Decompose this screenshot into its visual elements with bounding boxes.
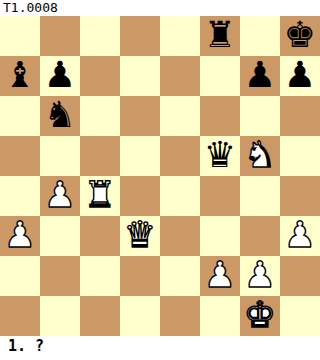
square-e6[interactable]	[160, 96, 200, 136]
square-b5[interactable]	[40, 136, 80, 176]
square-b2[interactable]	[40, 256, 80, 296]
square-h7[interactable]: ♟︎	[280, 56, 320, 96]
white-pawn: ♟︎	[204, 257, 236, 293]
square-a2[interactable]	[0, 256, 40, 296]
square-h8[interactable]: ♚	[280, 16, 320, 56]
white-king: ♚	[244, 297, 276, 333]
square-b7[interactable]: ♟︎	[40, 56, 80, 96]
square-d5[interactable]	[120, 136, 160, 176]
square-d6[interactable]	[120, 96, 160, 136]
square-g8[interactable]	[240, 16, 280, 56]
square-d4[interactable]	[120, 176, 160, 216]
square-g2[interactable]: ♟︎	[240, 256, 280, 296]
square-d2[interactable]	[120, 256, 160, 296]
square-d1[interactable]	[120, 296, 160, 336]
square-g4[interactable]	[240, 176, 280, 216]
square-g3[interactable]	[240, 216, 280, 256]
square-e3[interactable]	[160, 216, 200, 256]
black-pawn: ♟︎	[44, 57, 76, 93]
square-g6[interactable]	[240, 96, 280, 136]
square-c5[interactable]	[80, 136, 120, 176]
black-pawn: ♟︎	[284, 57, 316, 93]
square-b6[interactable]: ♞	[40, 96, 80, 136]
square-f2[interactable]: ♟︎	[200, 256, 240, 296]
square-f8[interactable]: ♜	[200, 16, 240, 56]
white-rook: ♜	[84, 177, 116, 213]
chess-board: ♜♚♝♟︎♟︎♟︎♞♛♞♟︎♜♟︎♛♟︎♟︎♟︎♚	[0, 16, 320, 336]
square-d8[interactable]	[120, 16, 160, 56]
square-h4[interactable]	[280, 176, 320, 216]
square-c8[interactable]	[80, 16, 120, 56]
black-bishop: ♝	[4, 57, 36, 93]
square-f3[interactable]	[200, 216, 240, 256]
square-h5[interactable]	[280, 136, 320, 176]
square-e1[interactable]	[160, 296, 200, 336]
square-c2[interactable]	[80, 256, 120, 296]
square-c6[interactable]	[80, 96, 120, 136]
square-b4[interactable]: ♟︎	[40, 176, 80, 216]
square-a7[interactable]: ♝	[0, 56, 40, 96]
white-pawn: ♟︎	[44, 177, 76, 213]
puzzle-id: T1.0008	[3, 0, 58, 16]
square-c4[interactable]: ♜	[80, 176, 120, 216]
black-king: ♚	[284, 17, 316, 53]
square-f6[interactable]	[200, 96, 240, 136]
square-a6[interactable]	[0, 96, 40, 136]
square-a8[interactable]	[0, 16, 40, 56]
square-g1[interactable]: ♚	[240, 296, 280, 336]
square-a3[interactable]: ♟︎	[0, 216, 40, 256]
white-knight: ♞	[244, 137, 276, 173]
white-pawn: ♟︎	[244, 257, 276, 293]
square-e8[interactable]	[160, 16, 200, 56]
move-prompt: 1. ?	[8, 337, 44, 355]
square-d3[interactable]: ♛	[120, 216, 160, 256]
square-a1[interactable]	[0, 296, 40, 336]
square-h3[interactable]: ♟︎	[280, 216, 320, 256]
square-e7[interactable]	[160, 56, 200, 96]
square-e2[interactable]	[160, 256, 200, 296]
black-queen: ♛	[204, 137, 236, 173]
square-b8[interactable]	[40, 16, 80, 56]
white-pawn: ♟︎	[4, 217, 36, 253]
square-g7[interactable]: ♟︎	[240, 56, 280, 96]
white-pawn: ♟︎	[284, 217, 316, 253]
square-e4[interactable]	[160, 176, 200, 216]
square-a4[interactable]	[0, 176, 40, 216]
square-e5[interactable]	[160, 136, 200, 176]
square-c3[interactable]	[80, 216, 120, 256]
square-h2[interactable]	[280, 256, 320, 296]
white-queen: ♛	[124, 217, 156, 253]
square-f1[interactable]	[200, 296, 240, 336]
square-h1[interactable]	[280, 296, 320, 336]
square-f4[interactable]	[200, 176, 240, 216]
square-h6[interactable]	[280, 96, 320, 136]
square-b3[interactable]	[40, 216, 80, 256]
square-f5[interactable]: ♛	[200, 136, 240, 176]
black-pawn: ♟︎	[244, 57, 276, 93]
square-d7[interactable]	[120, 56, 160, 96]
square-f7[interactable]	[200, 56, 240, 96]
square-g5[interactable]: ♞	[240, 136, 280, 176]
square-a5[interactable]	[0, 136, 40, 176]
square-b1[interactable]	[40, 296, 80, 336]
black-rook: ♜	[204, 17, 236, 53]
square-c1[interactable]	[80, 296, 120, 336]
black-knight: ♞	[44, 97, 76, 133]
square-c7[interactable]	[80, 56, 120, 96]
